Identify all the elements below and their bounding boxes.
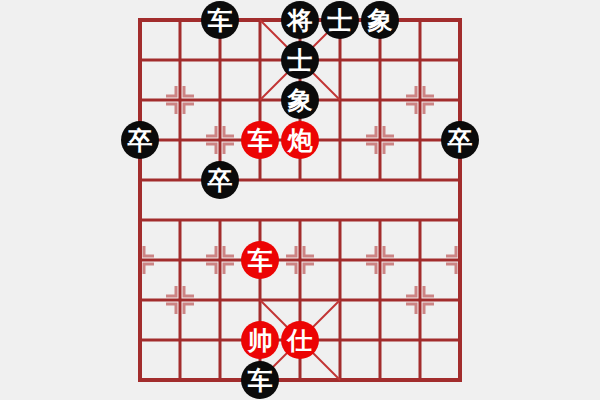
piece-black-advisor[interactable]: 士 bbox=[321, 1, 359, 39]
piece-red-cannon[interactable]: 炮 bbox=[281, 121, 319, 159]
piece-black-advisor[interactable]: 士 bbox=[281, 41, 319, 79]
piece-red-general[interactable]: 帅 bbox=[241, 321, 279, 359]
piece-black-soldier[interactable]: 卒 bbox=[441, 121, 479, 159]
piece-black-chariot[interactable]: 车 bbox=[201, 1, 239, 39]
piece-black-soldier[interactable]: 卒 bbox=[201, 161, 239, 199]
piece-black-soldier[interactable]: 卒 bbox=[121, 121, 159, 159]
piece-red-advisor[interactable]: 仕 bbox=[281, 321, 319, 359]
xiangqi-app-canvas: 车将士象士象卒车炮卒卒车帅仕车 bbox=[0, 0, 600, 400]
piece-black-elephant[interactable]: 象 bbox=[281, 81, 319, 119]
xiangqi-board[interactable]: 车将士象士象卒车炮卒卒车帅仕车 bbox=[120, 0, 480, 400]
piece-red-chariot[interactable]: 车 bbox=[241, 121, 279, 159]
piece-black-chariot[interactable]: 车 bbox=[241, 361, 279, 399]
piece-black-elephant[interactable]: 象 bbox=[361, 1, 399, 39]
piece-red-chariot[interactable]: 车 bbox=[241, 241, 279, 279]
piece-black-general[interactable]: 将 bbox=[281, 1, 319, 39]
